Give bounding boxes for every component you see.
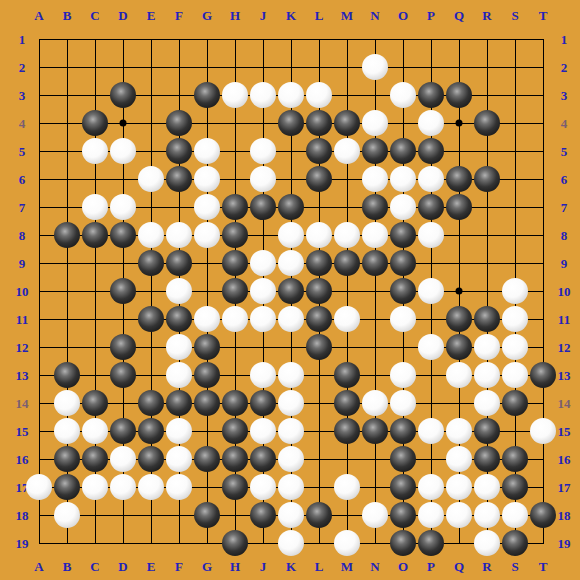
- stone-black-H9[interactable]: [222, 250, 248, 276]
- stone-black-B17[interactable]: [54, 474, 80, 500]
- row-label-left: 16: [16, 453, 29, 466]
- row-label-right: 4: [561, 117, 568, 130]
- row-label-right: 17: [558, 481, 571, 494]
- stone-white-F10[interactable]: [166, 278, 192, 304]
- stone-white-T15[interactable]: [530, 418, 556, 444]
- stone-white-F8[interactable]: [166, 222, 192, 248]
- stone-white-J10[interactable]: [250, 278, 276, 304]
- stone-black-D12[interactable]: [110, 334, 136, 360]
- stone-white-M8[interactable]: [334, 222, 360, 248]
- stone-black-P3[interactable]: [418, 82, 444, 108]
- stone-white-K11[interactable]: [278, 306, 304, 332]
- col-label-top: R: [482, 9, 491, 22]
- stone-white-C17[interactable]: [82, 474, 108, 500]
- stone-white-D7[interactable]: [110, 194, 136, 220]
- stone-black-G16[interactable]: [194, 446, 220, 472]
- stone-black-Q11[interactable]: [446, 306, 472, 332]
- col-label-bottom: K: [286, 560, 296, 573]
- stone-white-H3[interactable]: [222, 82, 248, 108]
- row-label-right: 14: [558, 397, 571, 410]
- col-label-bottom: L: [315, 560, 324, 573]
- stone-black-J7[interactable]: [250, 194, 276, 220]
- stone-black-O16[interactable]: [390, 446, 416, 472]
- stone-black-H14[interactable]: [222, 390, 248, 416]
- stone-white-J15[interactable]: [250, 418, 276, 444]
- stone-white-J11[interactable]: [250, 306, 276, 332]
- stone-black-N9[interactable]: [362, 250, 388, 276]
- row-label-right: 11: [558, 313, 570, 326]
- stone-white-F13[interactable]: [166, 362, 192, 388]
- col-label-bottom: N: [370, 560, 379, 573]
- col-label-bottom: D: [118, 560, 127, 573]
- row-label-left: 6: [19, 173, 26, 186]
- stone-black-P5[interactable]: [418, 138, 444, 164]
- row-label-left: 18: [16, 509, 29, 522]
- stone-black-R15[interactable]: [474, 418, 500, 444]
- stone-white-L3[interactable]: [306, 82, 332, 108]
- stone-white-M19[interactable]: [334, 530, 360, 556]
- stone-black-K4[interactable]: [278, 110, 304, 136]
- stone-black-Q3[interactable]: [446, 82, 472, 108]
- stone-black-M13[interactable]: [334, 362, 360, 388]
- stone-black-D13[interactable]: [110, 362, 136, 388]
- col-label-bottom: S: [511, 560, 518, 573]
- stone-white-C7[interactable]: [82, 194, 108, 220]
- star-point: [120, 120, 127, 127]
- stone-black-R4[interactable]: [474, 110, 500, 136]
- col-label-top: B: [63, 9, 72, 22]
- stone-black-K10[interactable]: [278, 278, 304, 304]
- stone-white-Q17[interactable]: [446, 474, 472, 500]
- col-label-top: H: [230, 9, 240, 22]
- stone-white-B15[interactable]: [54, 418, 80, 444]
- stone-black-H10[interactable]: [222, 278, 248, 304]
- stone-white-G6[interactable]: [194, 166, 220, 192]
- row-label-right: 15: [558, 425, 571, 438]
- stone-black-P7[interactable]: [418, 194, 444, 220]
- col-label-top: N: [370, 9, 379, 22]
- row-label-right: 7: [561, 201, 568, 214]
- stone-white-S13[interactable]: [502, 362, 528, 388]
- stone-black-E15[interactable]: [138, 418, 164, 444]
- stone-white-K15[interactable]: [278, 418, 304, 444]
- stone-black-H19[interactable]: [222, 530, 248, 556]
- stone-white-R19[interactable]: [474, 530, 500, 556]
- stone-white-P4[interactable]: [418, 110, 444, 136]
- col-label-bottom: M: [341, 560, 353, 573]
- stone-white-J6[interactable]: [250, 166, 276, 192]
- stone-black-P19[interactable]: [418, 530, 444, 556]
- row-label-right: 9: [561, 257, 568, 270]
- stone-black-J14[interactable]: [250, 390, 276, 416]
- row-label-right: 18: [558, 509, 571, 522]
- stone-white-G5[interactable]: [194, 138, 220, 164]
- stone-white-K18[interactable]: [278, 502, 304, 528]
- stone-white-F12[interactable]: [166, 334, 192, 360]
- stone-white-E6[interactable]: [138, 166, 164, 192]
- col-label-top: Q: [454, 9, 464, 22]
- col-label-top: T: [539, 9, 548, 22]
- col-label-top: E: [147, 9, 156, 22]
- stone-black-E9[interactable]: [138, 250, 164, 276]
- row-label-left: 13: [16, 369, 29, 382]
- stone-white-O7[interactable]: [390, 194, 416, 220]
- row-label-left: 10: [16, 285, 29, 298]
- stone-black-O18[interactable]: [390, 502, 416, 528]
- stone-white-M11[interactable]: [334, 306, 360, 332]
- col-label-top: O: [398, 9, 408, 22]
- stone-white-N2[interactable]: [362, 54, 388, 80]
- stone-white-D5[interactable]: [110, 138, 136, 164]
- stone-white-N8[interactable]: [362, 222, 388, 248]
- col-label-top: J: [260, 9, 267, 22]
- stone-white-Q13[interactable]: [446, 362, 472, 388]
- stone-white-K9[interactable]: [278, 250, 304, 276]
- stone-white-S10[interactable]: [502, 278, 528, 304]
- stone-white-F15[interactable]: [166, 418, 192, 444]
- stone-black-H16[interactable]: [222, 446, 248, 472]
- row-label-left: 19: [16, 537, 29, 550]
- grid-vline: [543, 39, 544, 544]
- stone-black-G14[interactable]: [194, 390, 220, 416]
- row-label-left: 12: [16, 341, 29, 354]
- stone-white-R14[interactable]: [474, 390, 500, 416]
- stone-white-N4[interactable]: [362, 110, 388, 136]
- stone-black-Q7[interactable]: [446, 194, 472, 220]
- row-label-left: 3: [19, 89, 26, 102]
- stone-white-L8[interactable]: [306, 222, 332, 248]
- stone-black-O8[interactable]: [390, 222, 416, 248]
- stone-black-T13[interactable]: [530, 362, 556, 388]
- row-label-right: 3: [561, 89, 568, 102]
- stone-white-K16[interactable]: [278, 446, 304, 472]
- stone-white-O13[interactable]: [390, 362, 416, 388]
- row-label-left: 8: [19, 229, 26, 242]
- stone-black-C14[interactable]: [82, 390, 108, 416]
- stone-black-C8[interactable]: [82, 222, 108, 248]
- col-label-top: D: [118, 9, 127, 22]
- stone-white-G7[interactable]: [194, 194, 220, 220]
- stone-white-J17[interactable]: [250, 474, 276, 500]
- stone-white-B18[interactable]: [54, 502, 80, 528]
- stone-white-G11[interactable]: [194, 306, 220, 332]
- stone-black-K7[interactable]: [278, 194, 304, 220]
- col-label-bottom: B: [63, 560, 72, 573]
- row-label-right: 13: [558, 369, 571, 382]
- stone-black-G12[interactable]: [194, 334, 220, 360]
- stone-black-L12[interactable]: [306, 334, 332, 360]
- stone-white-O6[interactable]: [390, 166, 416, 192]
- col-label-bottom: J: [260, 560, 267, 573]
- stone-white-J9[interactable]: [250, 250, 276, 276]
- stone-white-P12[interactable]: [418, 334, 444, 360]
- col-label-bottom: O: [398, 560, 408, 573]
- stone-white-E17[interactable]: [138, 474, 164, 500]
- stone-white-P10[interactable]: [418, 278, 444, 304]
- row-label-left: 9: [19, 257, 26, 270]
- stone-black-E14[interactable]: [138, 390, 164, 416]
- stone-black-N15[interactable]: [362, 418, 388, 444]
- col-label-top: F: [175, 9, 183, 22]
- stone-black-O15[interactable]: [390, 418, 416, 444]
- stone-white-J13[interactable]: [250, 362, 276, 388]
- stone-black-O5[interactable]: [390, 138, 416, 164]
- row-label-left: 15: [16, 425, 29, 438]
- stone-black-F14[interactable]: [166, 390, 192, 416]
- col-label-bottom: T: [539, 560, 548, 573]
- stone-black-F5[interactable]: [166, 138, 192, 164]
- stone-black-H17[interactable]: [222, 474, 248, 500]
- stone-black-L9[interactable]: [306, 250, 332, 276]
- row-label-left: 14: [16, 397, 29, 410]
- stone-white-R12[interactable]: [474, 334, 500, 360]
- row-label-right: 2: [561, 61, 568, 74]
- stone-black-M9[interactable]: [334, 250, 360, 276]
- stone-white-C5[interactable]: [82, 138, 108, 164]
- stone-white-A17[interactable]: [26, 474, 52, 500]
- row-label-right: 16: [558, 453, 571, 466]
- stone-black-R11[interactable]: [474, 306, 500, 332]
- stone-black-S17[interactable]: [502, 474, 528, 500]
- stone-black-G3[interactable]: [194, 82, 220, 108]
- stone-white-P6[interactable]: [418, 166, 444, 192]
- col-label-top: M: [341, 9, 353, 22]
- stone-black-T18[interactable]: [530, 502, 556, 528]
- row-label-left: 1: [19, 33, 26, 46]
- col-label-bottom: E: [147, 560, 156, 573]
- row-label-left: 11: [16, 313, 28, 326]
- stone-white-K14[interactable]: [278, 390, 304, 416]
- stone-white-N6[interactable]: [362, 166, 388, 192]
- stone-black-M14[interactable]: [334, 390, 360, 416]
- stone-white-Q18[interactable]: [446, 502, 472, 528]
- stone-black-O17[interactable]: [390, 474, 416, 500]
- row-label-right: 1: [561, 33, 568, 46]
- stone-white-M5[interactable]: [334, 138, 360, 164]
- stone-black-R16[interactable]: [474, 446, 500, 472]
- stone-white-F17[interactable]: [166, 474, 192, 500]
- row-label-right: 6: [561, 173, 568, 186]
- stone-black-C16[interactable]: [82, 446, 108, 472]
- stone-white-P17[interactable]: [418, 474, 444, 500]
- stone-white-K17[interactable]: [278, 474, 304, 500]
- col-label-top: P: [427, 9, 435, 22]
- stone-white-P15[interactable]: [418, 418, 444, 444]
- stone-black-F9[interactable]: [166, 250, 192, 276]
- stone-white-K19[interactable]: [278, 530, 304, 556]
- stone-black-C4[interactable]: [82, 110, 108, 136]
- col-label-top: L: [315, 9, 324, 22]
- stone-white-R17[interactable]: [474, 474, 500, 500]
- stone-white-K8[interactable]: [278, 222, 304, 248]
- col-label-top: C: [90, 9, 99, 22]
- stone-black-O19[interactable]: [390, 530, 416, 556]
- stone-white-J3[interactable]: [250, 82, 276, 108]
- stone-black-G18[interactable]: [194, 502, 220, 528]
- stone-black-J18[interactable]: [250, 502, 276, 528]
- stone-black-L11[interactable]: [306, 306, 332, 332]
- stone-white-O14[interactable]: [390, 390, 416, 416]
- col-label-bottom: A: [34, 560, 43, 573]
- stone-black-S14[interactable]: [502, 390, 528, 416]
- stone-black-N5[interactable]: [362, 138, 388, 164]
- stone-black-F6[interactable]: [166, 166, 192, 192]
- col-label-top: G: [202, 9, 212, 22]
- stone-black-N7[interactable]: [362, 194, 388, 220]
- stone-black-O10[interactable]: [390, 278, 416, 304]
- stone-white-O3[interactable]: [390, 82, 416, 108]
- stone-white-Q15[interactable]: [446, 418, 472, 444]
- stone-white-S18[interactable]: [502, 502, 528, 528]
- stone-black-M4[interactable]: [334, 110, 360, 136]
- stone-white-R18[interactable]: [474, 502, 500, 528]
- stone-black-D3[interactable]: [110, 82, 136, 108]
- col-label-bottom: H: [230, 560, 240, 573]
- stone-white-P18[interactable]: [418, 502, 444, 528]
- stone-white-S12[interactable]: [502, 334, 528, 360]
- stone-black-E11[interactable]: [138, 306, 164, 332]
- row-label-right: 5: [561, 145, 568, 158]
- stone-white-F16[interactable]: [166, 446, 192, 472]
- stone-black-D15[interactable]: [110, 418, 136, 444]
- star-point: [456, 120, 463, 127]
- stone-black-R6[interactable]: [474, 166, 500, 192]
- stone-black-G13[interactable]: [194, 362, 220, 388]
- row-label-left: 2: [19, 61, 26, 74]
- row-label-left: 4: [19, 117, 26, 130]
- stone-black-B16[interactable]: [54, 446, 80, 472]
- stone-black-D8[interactable]: [110, 222, 136, 248]
- stone-black-M15[interactable]: [334, 418, 360, 444]
- row-label-right: 19: [558, 537, 571, 550]
- row-label-left: 7: [19, 201, 26, 214]
- col-label-bottom: Q: [454, 560, 464, 573]
- stone-white-P8[interactable]: [418, 222, 444, 248]
- stone-black-L4[interactable]: [306, 110, 332, 136]
- star-point: [456, 288, 463, 295]
- stone-black-F4[interactable]: [166, 110, 192, 136]
- stone-black-L5[interactable]: [306, 138, 332, 164]
- stone-white-D16[interactable]: [110, 446, 136, 472]
- stone-black-L10[interactable]: [306, 278, 332, 304]
- stone-white-O11[interactable]: [390, 306, 416, 332]
- stone-black-D10[interactable]: [110, 278, 136, 304]
- stone-white-N18[interactable]: [362, 502, 388, 528]
- stone-white-K13[interactable]: [278, 362, 304, 388]
- stone-black-B13[interactable]: [54, 362, 80, 388]
- stone-black-J16[interactable]: [250, 446, 276, 472]
- col-label-top: K: [286, 9, 296, 22]
- stone-black-S16[interactable]: [502, 446, 528, 472]
- row-label-left: 5: [19, 145, 26, 158]
- stone-white-D17[interactable]: [110, 474, 136, 500]
- col-label-bottom: R: [482, 560, 491, 573]
- col-label-bottom: P: [427, 560, 435, 573]
- stone-black-L6[interactable]: [306, 166, 332, 192]
- stone-white-E8[interactable]: [138, 222, 164, 248]
- stone-white-K3[interactable]: [278, 82, 304, 108]
- stone-black-B8[interactable]: [54, 222, 80, 248]
- stone-white-N14[interactable]: [362, 390, 388, 416]
- stone-black-H15[interactable]: [222, 418, 248, 444]
- col-label-bottom: F: [175, 560, 183, 573]
- stone-white-M17[interactable]: [334, 474, 360, 500]
- stone-black-H8[interactable]: [222, 222, 248, 248]
- stone-black-L18[interactable]: [306, 502, 332, 528]
- col-label-bottom: G: [202, 560, 212, 573]
- row-label-right: 8: [561, 229, 568, 242]
- stone-white-H11[interactable]: [222, 306, 248, 332]
- stone-white-R13[interactable]: [474, 362, 500, 388]
- stone-black-Q12[interactable]: [446, 334, 472, 360]
- go-board-screen: AABBCCDDEEFFGGHHJJKKLLMMNNOOPPQQRRSSTT11…: [0, 0, 580, 580]
- row-label-right: 10: [558, 285, 571, 298]
- stone-white-S11[interactable]: [502, 306, 528, 332]
- stone-white-B14[interactable]: [54, 390, 80, 416]
- stone-black-F11[interactable]: [166, 306, 192, 332]
- stone-white-J5[interactable]: [250, 138, 276, 164]
- stone-black-Q6[interactable]: [446, 166, 472, 192]
- stone-black-E16[interactable]: [138, 446, 164, 472]
- stone-black-S19[interactable]: [502, 530, 528, 556]
- col-label-top: S: [511, 9, 518, 22]
- col-label-top: A: [34, 9, 43, 22]
- stone-black-H7[interactable]: [222, 194, 248, 220]
- col-label-bottom: C: [90, 560, 99, 573]
- row-label-right: 12: [558, 341, 571, 354]
- stone-white-Q16[interactable]: [446, 446, 472, 472]
- stone-white-C15[interactable]: [82, 418, 108, 444]
- stone-black-O9[interactable]: [390, 250, 416, 276]
- stone-white-G8[interactable]: [194, 222, 220, 248]
